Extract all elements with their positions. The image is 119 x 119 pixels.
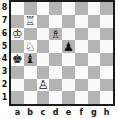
square-d1[interactable]	[49, 91, 62, 104]
square-e6[interactable]	[62, 28, 75, 41]
square-f7[interactable]	[75, 15, 88, 28]
square-d5[interactable]	[49, 40, 62, 53]
square-a1[interactable]	[11, 91, 24, 104]
rank-label-4: 4	[0, 53, 9, 66]
square-a5[interactable]	[11, 40, 24, 53]
square-d4[interactable]	[49, 53, 62, 66]
square-g4[interactable]	[88, 53, 101, 66]
square-h4[interactable]	[100, 53, 113, 66]
square-h1[interactable]	[100, 91, 113, 104]
square-d8[interactable]	[49, 2, 62, 15]
square-a3[interactable]	[11, 66, 24, 79]
file-label-h: h	[100, 106, 113, 119]
rank-label-7: 7	[0, 15, 9, 28]
file-label-d: d	[49, 106, 62, 119]
square-b3[interactable]	[24, 66, 37, 79]
white-knight-b5[interactable]: ♘	[25, 41, 36, 53]
square-f1[interactable]	[75, 91, 88, 104]
file-label-c: c	[37, 106, 50, 119]
square-f5[interactable]	[75, 40, 88, 53]
file-label-a: a	[11, 106, 24, 119]
square-h5[interactable]	[100, 40, 113, 53]
square-c8[interactable]	[37, 2, 50, 15]
file-labels: abcdefgh	[11, 106, 113, 119]
white-rook-b7[interactable]: ♖	[25, 15, 36, 27]
rank-label-8: 8	[0, 2, 9, 15]
rank-label-1: 1	[0, 91, 9, 104]
white-king-a6[interactable]: ♔	[12, 28, 23, 40]
square-f6[interactable]	[75, 28, 88, 41]
square-b8[interactable]	[24, 2, 37, 15]
rank-label-5: 5	[0, 40, 9, 53]
square-e3[interactable]	[62, 66, 75, 79]
square-a8[interactable]	[11, 2, 24, 15]
square-c6[interactable]	[37, 28, 50, 41]
rank-label-3: 3	[0, 66, 9, 79]
square-f4[interactable]	[75, 53, 88, 66]
square-a4[interactable]: ♚	[11, 53, 24, 66]
square-h7[interactable]	[100, 15, 113, 28]
square-e2[interactable]	[62, 79, 75, 92]
square-g3[interactable]	[88, 66, 101, 79]
square-e5[interactable]: ♟	[62, 40, 75, 53]
square-h6[interactable]	[100, 28, 113, 41]
white-bishop-d6[interactable]: ♗	[50, 28, 61, 40]
square-e4[interactable]	[62, 53, 75, 66]
black-bishop-b4[interactable]: ♝	[25, 53, 36, 65]
square-a2[interactable]	[11, 79, 24, 92]
square-h3[interactable]	[100, 66, 113, 79]
square-e7[interactable]	[62, 15, 75, 28]
square-d6[interactable]: ♗	[49, 28, 62, 41]
square-c3[interactable]	[37, 66, 50, 79]
square-b6[interactable]	[24, 28, 37, 41]
square-e8[interactable]	[62, 2, 75, 15]
rank-labels: 87654321	[0, 2, 9, 104]
square-g1[interactable]	[88, 91, 101, 104]
square-d2[interactable]	[49, 79, 62, 92]
square-e1[interactable]	[62, 91, 75, 104]
square-b5[interactable]: ♘	[24, 40, 37, 53]
chess-diagram: 87654321 ♖♔♗♘♟♚♝♙ abcdefgh	[0, 0, 119, 119]
black-pawn-e5[interactable]: ♟	[63, 41, 74, 53]
file-label-f: f	[75, 106, 88, 119]
square-f2[interactable]	[75, 79, 88, 92]
square-c2[interactable]: ♙	[37, 79, 50, 92]
chess-board: ♖♔♗♘♟♚♝♙	[9, 0, 115, 106]
file-label-g: g	[88, 106, 101, 119]
square-g8[interactable]	[88, 2, 101, 15]
rank-label-6: 6	[0, 28, 9, 41]
square-a7[interactable]	[11, 15, 24, 28]
square-c5[interactable]	[37, 40, 50, 53]
square-g5[interactable]	[88, 40, 101, 53]
square-f3[interactable]	[75, 66, 88, 79]
square-b2[interactable]	[24, 79, 37, 92]
rank-label-2: 2	[0, 79, 9, 92]
square-c7[interactable]	[37, 15, 50, 28]
black-king-a4[interactable]: ♚	[12, 53, 23, 65]
square-c1[interactable]	[37, 91, 50, 104]
white-pawn-c2[interactable]: ♙	[37, 79, 48, 91]
square-b7[interactable]: ♖	[24, 15, 37, 28]
square-f8[interactable]	[75, 2, 88, 15]
square-g6[interactable]	[88, 28, 101, 41]
square-b1[interactable]	[24, 91, 37, 104]
file-label-e: e	[62, 106, 75, 119]
square-a6[interactable]: ♔	[11, 28, 24, 41]
square-d7[interactable]	[49, 15, 62, 28]
square-h8[interactable]	[100, 2, 113, 15]
square-g2[interactable]	[88, 79, 101, 92]
square-b4[interactable]: ♝	[24, 53, 37, 66]
square-h2[interactable]	[100, 79, 113, 92]
square-g7[interactable]	[88, 15, 101, 28]
file-label-b: b	[24, 106, 37, 119]
square-d3[interactable]	[49, 66, 62, 79]
square-c4[interactable]	[37, 53, 50, 66]
